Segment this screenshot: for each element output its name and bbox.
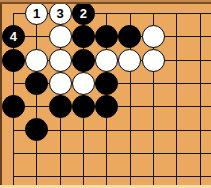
stone-white: [142, 25, 165, 48]
intersection-7-2: [142, 25, 165, 48]
stone-black: [95, 25, 118, 48]
intersection-6-2: [118, 25, 141, 48]
stone-white: [49, 72, 72, 95]
go-board-diagram: 1324: [0, 0, 211, 188]
stone-black: [25, 72, 48, 95]
stone-black: [2, 95, 25, 118]
stone-black: [72, 25, 95, 48]
intersection-2-1: 1: [25, 2, 48, 25]
intersection-4-1: 2: [72, 2, 95, 25]
intersection-5-4: [95, 72, 118, 95]
intersection-7-3: [142, 48, 165, 71]
stone-black: [2, 49, 25, 72]
board-edge-bottom: [0, 185, 211, 188]
stone-white: [72, 72, 95, 95]
stone-black-move-4: 4: [2, 25, 25, 48]
stone-black-move-2: 2: [72, 2, 95, 25]
intersection-2-3: [25, 48, 48, 71]
stone-white: [25, 49, 48, 72]
stone-black: [95, 95, 118, 118]
intersection-5-3: [95, 48, 118, 71]
intersection-2-4: [25, 72, 48, 95]
intersection-3-1: 3: [48, 2, 71, 25]
intersection-1-3: [2, 48, 25, 71]
board-grid: 1324: [2, 2, 211, 188]
stone-white: [49, 49, 72, 72]
intersection-2-6: [25, 118, 48, 141]
intersection-6-3: [118, 48, 141, 71]
intersection-4-4: [72, 72, 95, 95]
intersection-3-5: [48, 95, 71, 118]
stone-black: [118, 25, 141, 48]
stone-white-move-3: 3: [49, 2, 72, 25]
stone-white: [49, 25, 72, 48]
stone-black: [25, 118, 48, 141]
board-edge-top: [0, 0, 211, 4]
stone-white: [142, 49, 165, 72]
stone-black: [95, 72, 118, 95]
intersection-4-3: [72, 48, 95, 71]
intersection-1-2: 4: [2, 25, 25, 48]
stone-white-move-1: 1: [25, 2, 48, 25]
stone-black: [49, 95, 72, 118]
intersection-4-5: [72, 95, 95, 118]
stone-white: [118, 49, 141, 72]
intersection-4-2: [72, 25, 95, 48]
board-edge-left: [0, 0, 2, 188]
stone-black: [72, 95, 95, 118]
intersection-1-5: [2, 95, 25, 118]
intersection-3-2: [48, 25, 71, 48]
intersection-3-3: [48, 48, 71, 71]
stone-white: [95, 49, 118, 72]
stone-black: [72, 49, 95, 72]
intersection-5-2: [95, 25, 118, 48]
intersection-5-5: [95, 95, 118, 118]
intersection-3-4: [48, 72, 71, 95]
